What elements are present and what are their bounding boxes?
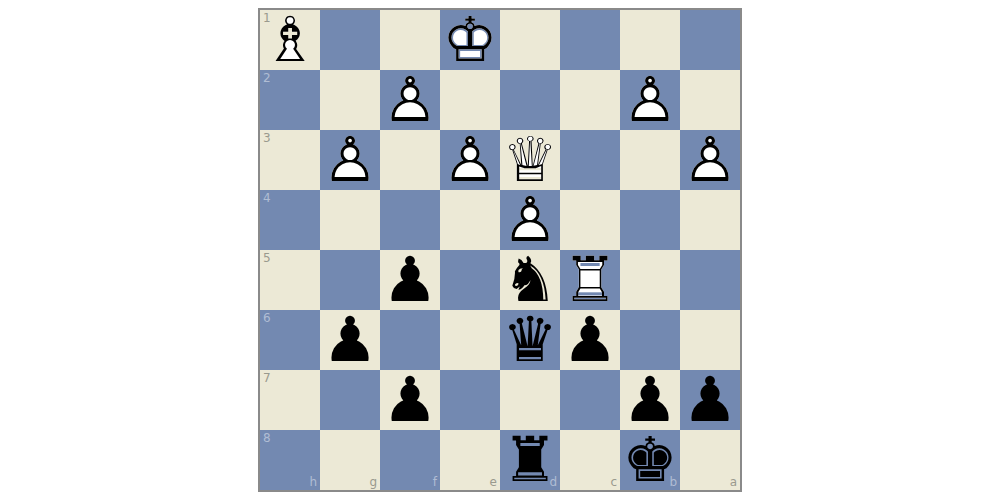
square-a7[interactable]: ♟ <box>680 370 740 430</box>
white-pawn-icon: ♟♙ <box>320 130 380 190</box>
rank-label-5: 5 <box>263 252 271 264</box>
square-f3[interactable] <box>380 130 440 190</box>
square-g3[interactable]: ♟♙ <box>320 130 380 190</box>
square-d5[interactable]: ♞ <box>500 250 560 310</box>
square-c4[interactable] <box>560 190 620 250</box>
white-rook-icon: ♜♖ <box>560 250 620 310</box>
square-b5[interactable] <box>620 250 680 310</box>
black-pawn-icon: ♟ <box>620 370 680 430</box>
white-pawn-icon: ♟♙ <box>380 70 440 130</box>
square-f2[interactable]: ♟♙ <box>380 70 440 130</box>
file-label-h: h <box>309 476 317 488</box>
file-label-a: a <box>730 476 737 488</box>
white-pawn-icon: ♟♙ <box>440 130 500 190</box>
file-label-f: f <box>433 476 437 488</box>
square-h4[interactable]: 4 <box>260 190 320 250</box>
square-d8[interactable]: d♜ <box>500 430 560 490</box>
chess-board: 1♝♗♚♔2♟♙♟♙3♟♙♟♙♛♕♟♙4♟♙5♟♞♜♖6♟♛♟7♟♟♟8hgfe… <box>258 8 742 492</box>
square-e4[interactable] <box>440 190 500 250</box>
square-g8[interactable]: g <box>320 430 380 490</box>
square-c6[interactable]: ♟ <box>560 310 620 370</box>
square-b4[interactable] <box>620 190 680 250</box>
rank-label-3: 3 <box>263 132 271 144</box>
square-g7[interactable] <box>320 370 380 430</box>
square-h7[interactable]: 7 <box>260 370 320 430</box>
square-h3[interactable]: 3 <box>260 130 320 190</box>
square-f1[interactable] <box>380 10 440 70</box>
square-b1[interactable] <box>620 10 680 70</box>
black-pawn-icon: ♟ <box>560 310 620 370</box>
square-e8[interactable]: e <box>440 430 500 490</box>
square-h6[interactable]: 6 <box>260 310 320 370</box>
square-f6[interactable] <box>380 310 440 370</box>
rank-label-8: 8 <box>263 432 271 444</box>
square-h2[interactable]: 2 <box>260 70 320 130</box>
square-d4[interactable]: ♟♙ <box>500 190 560 250</box>
square-a2[interactable] <box>680 70 740 130</box>
white-queen-icon: ♛♕ <box>500 130 560 190</box>
square-c5[interactable]: ♜♖ <box>560 250 620 310</box>
square-g1[interactable] <box>320 10 380 70</box>
square-h1[interactable]: 1♝♗ <box>260 10 320 70</box>
black-pawn-icon: ♟ <box>680 370 740 430</box>
square-d1[interactable] <box>500 10 560 70</box>
square-d6[interactable]: ♛ <box>500 310 560 370</box>
square-c1[interactable] <box>560 10 620 70</box>
square-f7[interactable]: ♟ <box>380 370 440 430</box>
square-b2[interactable]: ♟♙ <box>620 70 680 130</box>
square-e2[interactable] <box>440 70 500 130</box>
black-pawn-icon: ♟ <box>380 370 440 430</box>
rank-label-4: 4 <box>263 192 271 204</box>
file-label-c: c <box>610 476 617 488</box>
square-c8[interactable]: c <box>560 430 620 490</box>
square-e5[interactable] <box>440 250 500 310</box>
square-f8[interactable]: f <box>380 430 440 490</box>
square-b7[interactable]: ♟ <box>620 370 680 430</box>
black-pawn-icon: ♟ <box>380 250 440 310</box>
file-label-g: g <box>369 476 377 488</box>
square-e6[interactable] <box>440 310 500 370</box>
black-queen-icon: ♛ <box>500 310 560 370</box>
square-b6[interactable] <box>620 310 680 370</box>
rank-label-7: 7 <box>263 372 271 384</box>
square-h5[interactable]: 5 <box>260 250 320 310</box>
square-g4[interactable] <box>320 190 380 250</box>
square-c3[interactable] <box>560 130 620 190</box>
black-knight-icon: ♞ <box>500 250 560 310</box>
square-d7[interactable] <box>500 370 560 430</box>
square-f5[interactable]: ♟ <box>380 250 440 310</box>
white-bishop-icon: ♝♗ <box>260 10 320 70</box>
rank-label-6: 6 <box>263 312 271 324</box>
square-b8[interactable]: b♚ <box>620 430 680 490</box>
square-g2[interactable] <box>320 70 380 130</box>
black-pawn-icon: ♟ <box>320 310 380 370</box>
white-pawn-icon: ♟♙ <box>620 70 680 130</box>
square-a3[interactable]: ♟♙ <box>680 130 740 190</box>
black-king-icon: ♚ <box>620 430 680 490</box>
square-d2[interactable] <box>500 70 560 130</box>
square-g5[interactable] <box>320 250 380 310</box>
square-e1[interactable]: ♚♔ <box>440 10 500 70</box>
white-pawn-icon: ♟♙ <box>680 130 740 190</box>
square-e3[interactable]: ♟♙ <box>440 130 500 190</box>
white-pawn-icon: ♟♙ <box>500 190 560 250</box>
square-d3[interactable]: ♛♕ <box>500 130 560 190</box>
square-a1[interactable] <box>680 10 740 70</box>
square-a8[interactable]: a <box>680 430 740 490</box>
square-h8[interactable]: 8h <box>260 430 320 490</box>
square-a5[interactable] <box>680 250 740 310</box>
square-a4[interactable] <box>680 190 740 250</box>
rank-label-2: 2 <box>263 72 271 84</box>
black-rook-icon: ♜ <box>500 430 560 490</box>
square-e7[interactable] <box>440 370 500 430</box>
square-g6[interactable]: ♟ <box>320 310 380 370</box>
square-c2[interactable] <box>560 70 620 130</box>
square-b3[interactable] <box>620 130 680 190</box>
file-label-e: e <box>490 476 497 488</box>
white-king-icon: ♚♔ <box>440 10 500 70</box>
square-a6[interactable] <box>680 310 740 370</box>
square-f4[interactable] <box>380 190 440 250</box>
square-c7[interactable] <box>560 370 620 430</box>
